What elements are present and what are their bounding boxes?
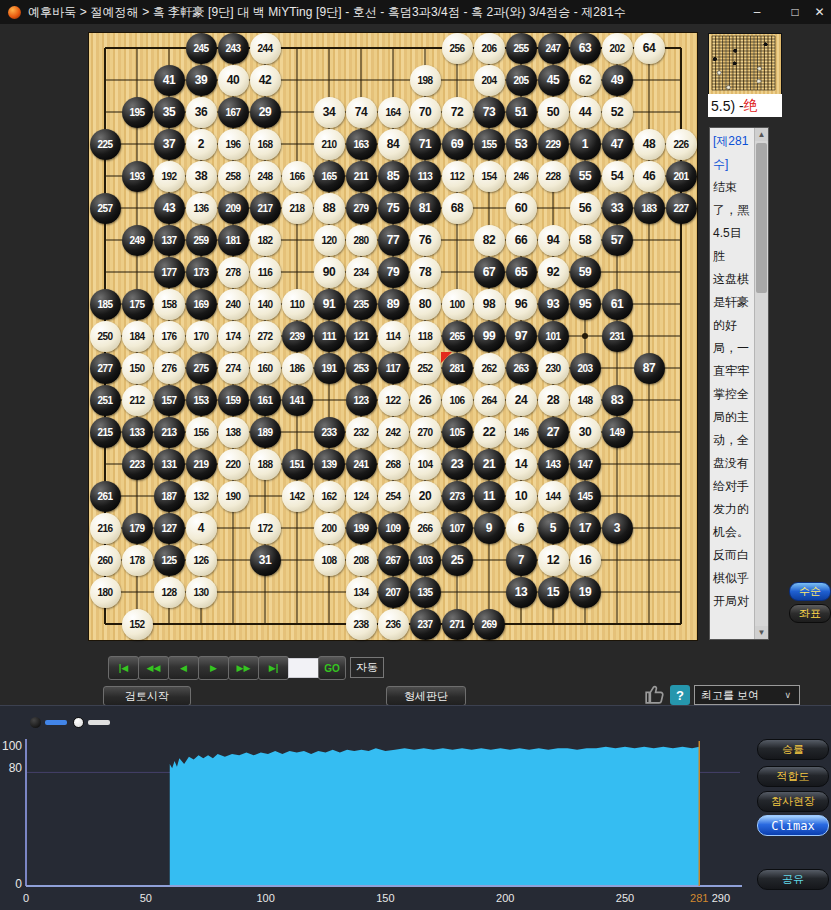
white-stone-move-196: 196 [218, 129, 249, 160]
black-stone-move-261: 261 [90, 481, 121, 512]
white-stone-move-116: 116 [250, 257, 281, 288]
black-stone-move-99: 99 [474, 321, 505, 352]
black-stone-move-241: 241 [346, 449, 377, 480]
black-stone-move-83: 83 [602, 385, 633, 416]
black-stone-move-69: 69 [442, 129, 473, 160]
comment-line: 胜 [713, 245, 757, 268]
black-stone-move-17: 17 [570, 513, 601, 544]
black-stone-move-169: 169 [186, 289, 217, 320]
white-stone-move-170: 170 [186, 321, 217, 352]
white-stone-move-48: 48 [634, 129, 665, 160]
black-stone-move-257: 257 [90, 193, 121, 224]
black-stone-move-131: 131 [154, 449, 185, 480]
white-stone-move-70: 70 [410, 97, 441, 128]
black-stone-move-237: 237 [410, 609, 441, 640]
white-stone-move-250: 250 [90, 321, 121, 352]
white-stone-move-40: 40 [218, 65, 249, 96]
white-stone-move-80: 80 [410, 289, 441, 320]
white-stone-move-152: 152 [122, 609, 153, 640]
thumbs-up-icon[interactable] [642, 682, 667, 707]
black-stone-move-117: 117 [378, 353, 409, 384]
white-stone-move-266: 266 [410, 513, 441, 544]
black-stone-move-159: 159 [218, 385, 249, 416]
help-icon[interactable]: ? [670, 685, 690, 705]
black-stone-move-25: 25 [442, 545, 473, 576]
winrate-chart: 100800050100150200250281290 [0, 706, 831, 910]
black-stone-move-43: 43 [154, 193, 185, 224]
white-stone-move-168: 168 [250, 129, 281, 160]
comment-line: 机会。 [713, 521, 757, 544]
white-stone-move-128: 128 [154, 577, 185, 608]
white-stone-move-186: 186 [282, 353, 313, 384]
black-stone-move-177: 177 [154, 257, 185, 288]
white-stone-move-28: 28 [538, 385, 569, 416]
white-stone-move-106: 106 [442, 385, 473, 416]
share-button[interactable]: 공유 [757, 869, 829, 890]
disaster-scene-button[interactable]: 참사현장 [757, 791, 829, 812]
svg-text:290: 290 [712, 892, 730, 904]
black-stone-move-271: 271 [442, 609, 473, 640]
white-stone-move-134: 134 [346, 577, 377, 608]
white-stone-move-4: 4 [186, 513, 217, 544]
black-stone-move-193: 193 [122, 161, 153, 192]
black-stone-move-273: 273 [442, 481, 473, 512]
white-stone-move-68: 68 [442, 193, 473, 224]
black-stone-move-173: 173 [186, 257, 217, 288]
black-stone-move-47: 47 [602, 129, 633, 160]
comment-header-line: 수] [713, 153, 757, 176]
white-stone-move-166: 166 [282, 161, 313, 192]
white-stone-move-158: 158 [154, 289, 185, 320]
black-stone-move-67: 67 [474, 257, 505, 288]
black-stone-move-167: 167 [218, 97, 249, 128]
white-stone-move-138: 138 [218, 417, 249, 448]
white-stone-move-94: 94 [538, 225, 569, 256]
white-stone-move-24: 24 [506, 385, 537, 416]
white-stone-move-46: 46 [634, 161, 665, 192]
white-stone-move-44: 44 [570, 97, 601, 128]
black-stone-move-195: 195 [122, 97, 153, 128]
display-mode-dropdown[interactable]: 최고를 보여 ∨ [694, 685, 800, 705]
white-stone-move-176: 176 [154, 321, 185, 352]
black-stone-move-79: 79 [378, 257, 409, 288]
black-stone-move-31: 31 [250, 545, 281, 576]
black-stone-move-279: 279 [346, 193, 377, 224]
black-stone-move-149: 149 [602, 417, 633, 448]
white-stone-move-74: 74 [346, 97, 377, 128]
caption-prefix: 5.5) - [711, 98, 744, 114]
black-stone-move-215: 215 [90, 417, 121, 448]
white-stone-move-162: 162 [314, 481, 345, 512]
svg-text:0: 0 [15, 877, 22, 891]
window-title: 예후바둑 > 절예정해 > 흑 李軒豪 [9단] 대 백 MiYTing [9단… [28, 4, 626, 21]
white-stone-move-90: 90 [314, 257, 345, 288]
black-stone-move-105: 105 [442, 417, 473, 448]
white-stone-move-98: 98 [474, 289, 505, 320]
comment-line: 掌控全 [713, 383, 757, 406]
commentary-panel: [제281수]结束了，黑4.5目胜这盘棋是轩豪的好局，一直牢牢掌控全局的主动，全… [709, 127, 769, 640]
last-move-marker-icon [441, 352, 452, 363]
white-stone-move-64: 64 [634, 33, 665, 64]
black-stone-move-203: 203 [570, 353, 601, 384]
comment-line: 开局对 [713, 590, 757, 613]
black-stone-move-189: 189 [250, 417, 281, 448]
black-stone-move-143: 143 [538, 449, 569, 480]
white-stone-move-160: 160 [250, 353, 281, 384]
black-stone-move-147: 147 [570, 449, 601, 480]
svg-text:0: 0 [23, 892, 29, 904]
black-stone-move-63: 63 [570, 33, 601, 64]
white-stone-move-54: 54 [602, 161, 633, 192]
black-stone-move-265: 265 [442, 321, 473, 352]
comment-line: 给对手 [713, 475, 757, 498]
fast-back-button[interactable]: ◀◀ [138, 656, 169, 680]
white-stone-move-10: 10 [506, 481, 537, 512]
black-stone-move-21: 21 [474, 449, 505, 480]
white-stone-move-154: 154 [474, 161, 505, 192]
svg-text:281: 281 [690, 892, 708, 904]
white-stone-move-104: 104 [410, 449, 441, 480]
go-board[interactable]: 2452432442562062552476320264413940421982… [88, 32, 698, 641]
black-stone-move-139: 139 [314, 449, 345, 480]
black-stone-move-225: 225 [90, 129, 121, 160]
black-stone-move-23: 23 [442, 449, 473, 480]
white-stone-move-254: 254 [378, 481, 409, 512]
white-stone-move-232: 232 [346, 417, 377, 448]
comment-line: 直牢牢 [713, 360, 757, 383]
white-stone-move-262: 262 [474, 353, 505, 384]
black-stone-move-191: 191 [314, 353, 345, 384]
scroll-up-icon[interactable]: ▲ [755, 128, 768, 141]
black-stone-move-101: 101 [538, 321, 569, 352]
white-stone-move-146: 146 [506, 417, 537, 448]
caption-highlight: 绝 [744, 97, 758, 115]
black-stone-move-209: 209 [218, 193, 249, 224]
black-stone-move-19: 19 [570, 577, 601, 608]
black-stone-move-121: 121 [346, 321, 377, 352]
white-stone-move-236: 236 [378, 609, 409, 640]
white-stone-move-88: 88 [314, 193, 345, 224]
black-stone-move-223: 223 [122, 449, 153, 480]
black-stone-move-37: 37 [154, 129, 185, 160]
black-stone-move-181: 181 [218, 225, 249, 256]
white-stone-move-150: 150 [122, 353, 153, 384]
black-stone-move-75: 75 [378, 193, 409, 224]
scrollbar-thumb[interactable] [756, 143, 767, 293]
black-stone-move-253: 253 [346, 353, 377, 384]
board-thumbnail [708, 33, 782, 95]
black-stone-move-15: 15 [538, 577, 569, 608]
svg-text:200: 200 [496, 892, 514, 904]
black-stone-move-227: 227 [666, 193, 697, 224]
white-stone-move-164: 164 [378, 97, 409, 128]
comment-line: 这盘棋 [713, 268, 757, 291]
white-stone-move-26: 26 [410, 385, 441, 416]
black-stone-move-55: 55 [570, 161, 601, 192]
coordinates-button[interactable]: 좌표 [789, 604, 831, 623]
white-stone-move-258: 258 [218, 161, 249, 192]
black-stone-move-71: 71 [410, 129, 441, 160]
black-stone-move-87: 87 [634, 353, 665, 384]
white-stone-move-182: 182 [250, 225, 281, 256]
black-stone-move-245: 245 [186, 33, 217, 64]
white-stone-move-126: 126 [186, 545, 217, 576]
white-stone-icon [73, 717, 84, 728]
black-stone-move-211: 211 [346, 161, 377, 192]
black-stone-move-219: 219 [186, 449, 217, 480]
white-stone-move-198: 198 [410, 65, 441, 96]
comment-line: 局，一 [713, 337, 757, 360]
black-stone-move-161: 161 [250, 385, 281, 416]
white-stone-move-38: 38 [186, 161, 217, 192]
white-stone-move-234: 234 [346, 257, 377, 288]
white-stone-move-124: 124 [346, 481, 377, 512]
comment-line: 盘没有 [713, 452, 757, 475]
white-stone-move-188: 188 [250, 449, 281, 480]
black-stone-move-3: 3 [602, 513, 633, 544]
white-stone-move-180: 180 [90, 577, 121, 608]
white-stone-move-274: 274 [218, 353, 249, 384]
close-button[interactable]: ✕ [808, 0, 831, 24]
black-stone-move-91: 91 [314, 289, 345, 320]
black-stone-move-89: 89 [378, 289, 409, 320]
white-stone-move-220: 220 [218, 449, 249, 480]
white-stone-move-192: 192 [154, 161, 185, 192]
black-stone-move-231: 231 [602, 321, 633, 352]
black-stone-move-249: 249 [122, 225, 153, 256]
black-stone-move-5: 5 [538, 513, 569, 544]
white-stone-move-216: 216 [90, 513, 121, 544]
white-stone-move-204: 204 [474, 65, 505, 96]
black-stone-move-9: 9 [474, 513, 505, 544]
white-stone-move-228: 228 [538, 161, 569, 192]
white-stone-move-84: 84 [378, 129, 409, 160]
white-stone-move-264: 264 [474, 385, 505, 416]
last-move-button[interactable]: ▶| [258, 656, 289, 680]
white-stone-move-256: 256 [442, 33, 473, 64]
white-stone-move-110: 110 [282, 289, 313, 320]
white-stone-move-184: 184 [122, 321, 153, 352]
commentary-scrollbar[interactable]: ▲ ▼ [754, 128, 768, 639]
white-stone-move-52: 52 [602, 97, 633, 128]
black-stone-move-49: 49 [602, 65, 633, 96]
svg-text:100: 100 [256, 892, 274, 904]
black-stone-move-73: 73 [474, 97, 505, 128]
black-stone-move-111: 111 [314, 321, 345, 352]
white-stone-move-190: 190 [218, 481, 249, 512]
black-stone-move-235: 235 [346, 289, 377, 320]
black-stone-move-247: 247 [538, 33, 569, 64]
black-stone-move-1: 1 [570, 129, 601, 160]
black-stone-move-53: 53 [506, 129, 537, 160]
black-stone-move-57: 57 [602, 225, 633, 256]
white-stone-move-78: 78 [410, 257, 441, 288]
back-button[interactable]: ◀ [168, 656, 199, 680]
black-stone-move-45: 45 [538, 65, 569, 96]
svg-text:100: 100 [2, 739, 22, 753]
black-stone-move-93: 93 [538, 289, 569, 320]
white-stone-move-114: 114 [378, 321, 409, 352]
svg-text:80: 80 [9, 761, 23, 775]
moves-button[interactable]: 수순 [789, 582, 831, 601]
thumbnail-caption: 5.5) - 绝 [708, 94, 782, 117]
review-start-button[interactable]: 검토시작 [103, 686, 191, 706]
white-stone-move-230: 230 [538, 353, 569, 384]
black-stone-move-157: 157 [154, 385, 185, 416]
black-stone-move-183: 183 [634, 193, 665, 224]
white-stone-move-270: 270 [410, 417, 441, 448]
black-stone-move-135: 135 [410, 577, 441, 608]
commentary-text: [제281수]结束了，黑4.5目胜这盘棋是轩豪的好局，一直牢牢掌控全局的主动，全… [710, 130, 757, 635]
white-stone-move-108: 108 [314, 545, 345, 576]
white-stone-move-178: 178 [122, 545, 153, 576]
white-stone-move-252: 252 [410, 353, 441, 384]
dropdown-value: 최고를 보여 [701, 688, 759, 703]
svg-text:150: 150 [376, 892, 394, 904]
climax-button[interactable]: Climax [757, 815, 829, 836]
black-stone-move-109: 109 [378, 513, 409, 544]
black-stone-move-267: 267 [378, 545, 409, 576]
black-stone-move-41: 41 [154, 65, 185, 96]
white-stone-move-16: 16 [570, 545, 601, 576]
white-stone-move-238: 238 [346, 609, 377, 640]
white-stone-move-76: 76 [410, 225, 441, 256]
white-stone-move-22: 22 [474, 417, 505, 448]
white-stone-move-280: 280 [346, 225, 377, 256]
black-stone-move-113: 113 [410, 161, 441, 192]
black-stone-move-165: 165 [314, 161, 345, 192]
white-stone-move-248: 248 [250, 161, 281, 192]
white-stone-move-66: 66 [506, 225, 537, 256]
white-stone-move-50: 50 [538, 97, 569, 128]
black-stone-move-123: 123 [346, 385, 377, 416]
white-stone-move-240: 240 [218, 289, 249, 320]
territory-judge-button[interactable]: 형세판단 [386, 686, 466, 706]
white-stone-move-210: 210 [314, 129, 345, 160]
app-logo-icon [8, 6, 21, 19]
white-stone-move-72: 72 [442, 97, 473, 128]
white-stone-move-246: 246 [506, 161, 537, 192]
black-stone-move-145: 145 [570, 481, 601, 512]
black-stone-move-97: 97 [506, 321, 537, 352]
white-stone-move-60: 60 [506, 193, 537, 224]
black-stone-move-81: 81 [410, 193, 441, 224]
white-stone-move-278: 278 [218, 257, 249, 288]
white-stone-move-156: 156 [186, 417, 217, 448]
white-stone-move-92: 92 [538, 257, 569, 288]
comment-line: 局的主 [713, 406, 757, 429]
black-stone-move-59: 59 [570, 257, 601, 288]
maximize-button[interactable]: □ [778, 0, 812, 24]
white-stone-move-276: 276 [154, 353, 185, 384]
white-stone-move-100: 100 [442, 289, 473, 320]
white-stone-move-82: 82 [474, 225, 505, 256]
black-stone-move-179: 179 [122, 513, 153, 544]
white-stone-move-208: 208 [346, 545, 377, 576]
black-stone-move-33: 33 [602, 193, 633, 224]
comment-header-line: [제281 [713, 130, 757, 153]
black-stone-move-27: 27 [538, 417, 569, 448]
black-stone-move-141: 141 [282, 385, 313, 416]
black-stone-move-85: 85 [378, 161, 409, 192]
black-stone-move-259: 259 [186, 225, 217, 256]
chevron-down-icon: ∨ [784, 690, 791, 700]
white-stone-move-122: 122 [378, 385, 409, 416]
white-stone-move-58: 58 [570, 225, 601, 256]
white-stone-move-144: 144 [538, 481, 569, 512]
fast-forward-button[interactable]: ▶▶ [228, 656, 259, 680]
black-stone-move-11: 11 [474, 481, 505, 512]
white-stone-move-272: 272 [250, 321, 281, 352]
app-window: 예후바둑 > 절예정해 > 흑 李軒豪 [9단] 대 백 MiYTing [9단… [0, 0, 831, 910]
comment-line: 是轩豪 [713, 291, 757, 314]
forward-button[interactable]: ▶ [198, 656, 229, 680]
fitness-button[interactable]: 적합도 [757, 766, 829, 787]
white-stone-move-212: 212 [122, 385, 153, 416]
comment-line: 反而白 [713, 544, 757, 567]
white-stone-move-130: 130 [186, 577, 217, 608]
black-stone-move-233: 233 [314, 417, 345, 448]
title-bar: 예후바둑 > 절예정해 > 흑 李軒豪 [9단] 대 백 MiYTing [9단… [0, 0, 831, 24]
white-stone-move-148: 148 [570, 385, 601, 416]
white-series-swatch [88, 720, 110, 725]
black-stone-move-7: 7 [506, 545, 537, 576]
black-stone-move-125: 125 [154, 545, 185, 576]
black-stone-move-201: 201 [666, 161, 697, 192]
black-stone-move-239: 239 [282, 321, 313, 352]
black-stone-move-107: 107 [442, 513, 473, 544]
black-stone-move-155: 155 [474, 129, 505, 160]
black-stone-move-39: 39 [186, 65, 217, 96]
first-move-button[interactable]: |◀ [108, 656, 139, 680]
white-stone-move-6: 6 [506, 513, 537, 544]
scroll-down-icon[interactable]: ▼ [755, 626, 768, 639]
white-stone-move-140: 140 [250, 289, 281, 320]
auto-play-button[interactable]: 자동 [350, 657, 384, 678]
black-stone-move-35: 35 [154, 97, 185, 128]
white-stone-move-14: 14 [506, 449, 537, 480]
black-stone-move-153: 153 [186, 385, 217, 416]
svg-text:50: 50 [140, 892, 152, 904]
white-stone-move-172: 172 [250, 513, 281, 544]
winrate-button[interactable]: 승률 [757, 739, 829, 760]
white-stone-move-136: 136 [186, 193, 217, 224]
black-stone-move-137: 137 [154, 225, 185, 256]
white-stone-move-120: 120 [314, 225, 345, 256]
black-series-swatch [45, 720, 67, 725]
white-stone-move-206: 206 [474, 33, 505, 64]
white-stone-move-12: 12 [538, 545, 569, 576]
comment-line: 棋似乎 [713, 567, 757, 590]
black-stone-move-77: 77 [378, 225, 409, 256]
black-stone-move-243: 243 [218, 33, 249, 64]
legend-black-winrate[interactable] [30, 716, 67, 729]
black-stone-icon [30, 717, 41, 728]
move-number-input[interactable] [288, 658, 320, 678]
white-stone-move-56: 56 [570, 193, 601, 224]
minimize-button[interactable]: – [740, 0, 774, 24]
black-stone-move-251: 251 [90, 385, 121, 416]
black-stone-move-255: 255 [506, 33, 537, 64]
go-button[interactable]: GO [318, 656, 346, 680]
legend-white-winrate[interactable] [73, 716, 110, 729]
black-stone-move-175: 175 [122, 289, 153, 320]
black-stone-move-65: 65 [506, 257, 537, 288]
black-stone-move-187: 187 [154, 481, 185, 512]
black-stone-move-199: 199 [346, 513, 377, 544]
white-stone-move-132: 132 [186, 481, 217, 512]
comment-line: 动，全 [713, 429, 757, 452]
